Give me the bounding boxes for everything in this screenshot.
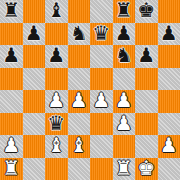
square-f4[interactable]: ♟ — [113, 90, 136, 113]
square-c1[interactable] — [45, 158, 68, 181]
square-f5[interactable] — [113, 68, 136, 91]
square-h1[interactable] — [158, 158, 181, 181]
square-d1[interactable] — [68, 158, 91, 181]
piece-white-king[interactable]: ♚ — [137, 157, 155, 180]
square-c2[interactable]: ♝ — [45, 135, 68, 158]
square-b4[interactable] — [23, 90, 46, 113]
piece-black-pawn[interactable]: ♟ — [47, 44, 65, 67]
square-e3[interactable] — [90, 113, 113, 136]
square-g3[interactable] — [135, 113, 158, 136]
square-b8[interactable] — [23, 0, 46, 23]
piece-white-bishop[interactable]: ♝ — [47, 134, 65, 157]
piece-white-pawn[interactable]: ♟ — [47, 89, 65, 112]
square-f8[interactable]: ♜ — [113, 0, 136, 23]
square-d8[interactable] — [68, 0, 91, 23]
square-a8[interactable]: ♜ — [0, 0, 23, 23]
piece-black-bishop[interactable]: ♝ — [47, 0, 65, 22]
square-h4[interactable] — [158, 90, 181, 113]
piece-white-rook[interactable]: ♜ — [2, 157, 20, 180]
piece-black-pawn[interactable]: ♟ — [137, 44, 155, 67]
square-d3[interactable] — [68, 113, 91, 136]
chess-board: ♜♝♜♚♟♞♛♟♟♟♟♞♟♟♟♟♟♛♟♟♝♝♟♜♜♚ — [0, 0, 180, 180]
square-a5[interactable] — [0, 68, 23, 91]
piece-black-rook[interactable]: ♜ — [2, 0, 20, 22]
square-h7[interactable]: ♟ — [158, 23, 181, 46]
square-a3[interactable] — [0, 113, 23, 136]
square-c6[interactable]: ♟ — [45, 45, 68, 68]
piece-white-pawn[interactable]: ♟ — [160, 134, 178, 157]
piece-white-pawn[interactable]: ♟ — [70, 89, 88, 112]
piece-white-pawn[interactable]: ♟ — [2, 134, 20, 157]
square-d2[interactable]: ♝ — [68, 135, 91, 158]
square-g1[interactable]: ♚ — [135, 158, 158, 181]
square-b1[interactable] — [23, 158, 46, 181]
square-a7[interactable] — [0, 23, 23, 46]
square-b2[interactable] — [23, 135, 46, 158]
square-e1[interactable] — [90, 158, 113, 181]
piece-white-pawn[interactable]: ♟ — [115, 89, 133, 112]
piece-white-bishop[interactable]: ♝ — [70, 134, 88, 157]
piece-black-pawn[interactable]: ♟ — [160, 22, 178, 45]
piece-black-knight[interactable]: ♞ — [70, 22, 88, 45]
piece-black-knight[interactable]: ♞ — [115, 44, 133, 67]
piece-black-rook[interactable]: ♜ — [115, 0, 133, 22]
square-e5[interactable] — [90, 68, 113, 91]
square-e6[interactable] — [90, 45, 113, 68]
square-g8[interactable]: ♚ — [135, 0, 158, 23]
square-g4[interactable] — [135, 90, 158, 113]
square-e2[interactable] — [90, 135, 113, 158]
square-h5[interactable] — [158, 68, 181, 91]
square-h8[interactable] — [158, 0, 181, 23]
square-c7[interactable] — [45, 23, 68, 46]
square-g5[interactable] — [135, 68, 158, 91]
square-e4[interactable]: ♟ — [90, 90, 113, 113]
square-f1[interactable]: ♜ — [113, 158, 136, 181]
square-e7[interactable]: ♛ — [90, 23, 113, 46]
square-e8[interactable] — [90, 0, 113, 23]
square-b7[interactable]: ♟ — [23, 23, 46, 46]
square-c5[interactable] — [45, 68, 68, 91]
piece-black-queen[interactable]: ♛ — [92, 22, 110, 45]
piece-black-pawn[interactable]: ♟ — [2, 44, 20, 67]
square-f2[interactable] — [113, 135, 136, 158]
square-f6[interactable]: ♞ — [113, 45, 136, 68]
piece-black-pawn[interactable]: ♟ — [115, 22, 133, 45]
piece-white-pawn[interactable]: ♟ — [115, 112, 133, 135]
square-d7[interactable]: ♞ — [68, 23, 91, 46]
square-a4[interactable] — [0, 90, 23, 113]
piece-black-king[interactable]: ♚ — [137, 0, 155, 22]
square-b3[interactable] — [23, 113, 46, 136]
piece-black-pawn[interactable]: ♟ — [25, 22, 43, 45]
square-f3[interactable]: ♟ — [113, 113, 136, 136]
piece-white-rook[interactable]: ♜ — [115, 157, 133, 180]
piece-black-queen[interactable]: ♛ — [47, 112, 65, 135]
square-g6[interactable]: ♟ — [135, 45, 158, 68]
square-b5[interactable] — [23, 68, 46, 91]
square-a2[interactable]: ♟ — [0, 135, 23, 158]
square-c8[interactable]: ♝ — [45, 0, 68, 23]
piece-white-pawn[interactable]: ♟ — [92, 89, 110, 112]
square-h6[interactable] — [158, 45, 181, 68]
square-c4[interactable]: ♟ — [45, 90, 68, 113]
square-b6[interactable] — [23, 45, 46, 68]
square-d5[interactable] — [68, 68, 91, 91]
square-d6[interactable] — [68, 45, 91, 68]
square-g7[interactable] — [135, 23, 158, 46]
square-f7[interactable]: ♟ — [113, 23, 136, 46]
square-d4[interactable]: ♟ — [68, 90, 91, 113]
square-a6[interactable]: ♟ — [0, 45, 23, 68]
square-c3[interactable]: ♛ — [45, 113, 68, 136]
square-g2[interactable] — [135, 135, 158, 158]
square-h2[interactable]: ♟ — [158, 135, 181, 158]
square-a1[interactable]: ♜ — [0, 158, 23, 181]
square-h3[interactable] — [158, 113, 181, 136]
